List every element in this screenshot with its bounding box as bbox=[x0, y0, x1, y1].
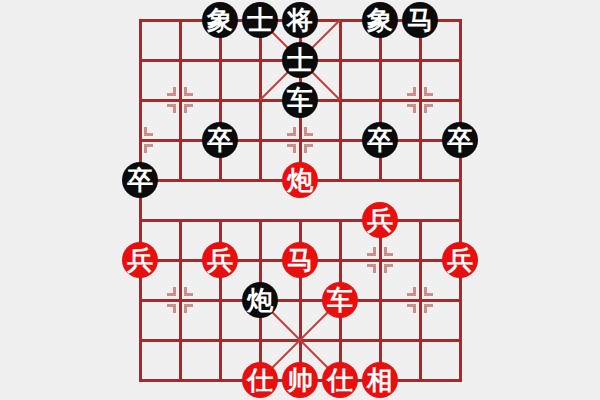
piece-black-soldier[interactable]: 卒 bbox=[362, 122, 398, 158]
piece-red-soldier[interactable]: 兵 bbox=[362, 202, 398, 238]
piece-red-elephant[interactable]: 相 bbox=[362, 362, 398, 398]
piece-black-advisor[interactable]: 士 bbox=[242, 2, 278, 38]
piece-red-soldier[interactable]: 兵 bbox=[202, 242, 238, 278]
piece-black-soldier[interactable]: 卒 bbox=[202, 122, 238, 158]
piece-black-elephant[interactable]: 象 bbox=[202, 2, 238, 38]
pieces-layer: 象士将象马士车卒卒卒卒炮兵兵兵马兵炮车仕帅仕相 bbox=[0, 0, 600, 400]
piece-red-general[interactable]: 帅 bbox=[282, 362, 318, 398]
piece-red-chariot[interactable]: 车 bbox=[322, 282, 358, 318]
piece-black-advisor[interactable]: 士 bbox=[282, 42, 318, 78]
piece-black-horse[interactable]: 马 bbox=[402, 2, 438, 38]
piece-red-advisor[interactable]: 仕 bbox=[242, 362, 278, 398]
piece-red-cannon[interactable]: 炮 bbox=[282, 162, 318, 198]
piece-red-horse[interactable]: 马 bbox=[282, 242, 318, 278]
piece-black-elephant[interactable]: 象 bbox=[362, 2, 398, 38]
piece-black-soldier[interactable]: 卒 bbox=[122, 162, 158, 198]
piece-red-soldier[interactable]: 兵 bbox=[442, 242, 478, 278]
piece-red-soldier[interactable]: 兵 bbox=[122, 242, 158, 278]
piece-red-advisor[interactable]: 仕 bbox=[322, 362, 358, 398]
piece-black-chariot[interactable]: 车 bbox=[282, 82, 318, 118]
piece-black-general[interactable]: 将 bbox=[282, 2, 318, 38]
piece-black-cannon[interactable]: 炮 bbox=[242, 282, 278, 318]
piece-black-soldier[interactable]: 卒 bbox=[442, 122, 478, 158]
xiangqi-board: 象士将象马士车卒卒卒卒炮兵兵兵马兵炮车仕帅仕相 bbox=[0, 0, 600, 400]
